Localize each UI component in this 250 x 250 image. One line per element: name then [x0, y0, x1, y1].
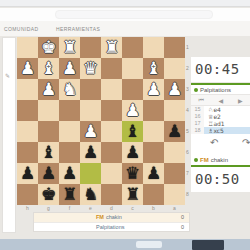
chess-board[interactable]: ♚♜♜♟♝♟♛♝♟♞♟♟♟♟♝♟♝♟♟♟♟♟♛♟♚♜♞♜: [17, 37, 185, 205]
square-a4[interactable]: [164, 100, 185, 121]
browser-tab-strip: [0, 0, 250, 7]
white-piece: ♟: [143, 79, 164, 100]
square-d4[interactable]: [101, 100, 122, 121]
square-e3[interactable]: [80, 79, 101, 100]
move-row: 15♘e4: [191, 106, 250, 113]
square-f6[interactable]: [59, 142, 80, 163]
online-dot-icon: [194, 88, 198, 92]
square-d2[interactable]: [101, 58, 122, 79]
white-piece: ♟: [38, 79, 59, 100]
crosstable-player-name[interactable]: Palpitations: [96, 224, 124, 230]
move-list: 15♘e416♕e217♖ad118♗xc5: [191, 106, 250, 134]
square-h7[interactable]: ♟: [17, 163, 38, 184]
square-h3[interactable]: [17, 79, 38, 100]
move-number: 18: [191, 127, 204, 134]
square-a2[interactable]: [164, 58, 185, 79]
crosstable-row: Palpitations0: [34, 222, 189, 231]
black-piece: ♟: [59, 163, 80, 184]
square-b2[interactable]: ♝: [143, 58, 164, 79]
taskbar: [0, 239, 250, 250]
square-b8[interactable]: [143, 184, 164, 205]
black-piece: ♟: [122, 142, 143, 163]
white-piece: ♝: [143, 58, 164, 79]
square-f8[interactable]: ♜: [59, 184, 80, 205]
square-a1[interactable]: [164, 37, 185, 58]
crosstable: FMchakin0Palpitations0: [33, 212, 190, 232]
black-piece: ♟: [143, 163, 164, 184]
square-e4[interactable]: [80, 100, 101, 121]
square-b4[interactable]: [143, 100, 164, 121]
square-h2[interactable]: ♟: [17, 58, 38, 79]
black-piece: ♟: [38, 163, 59, 184]
player-row-white: Palpitations: [191, 85, 250, 94]
move-number: 15: [191, 106, 204, 113]
file-label: c: [122, 205, 143, 212]
takeback-icon[interactable]: ↶: [210, 137, 218, 148]
square-c6[interactable]: ♟: [122, 142, 143, 163]
white-piece: ♟: [80, 121, 101, 142]
rank-label: 1: [186, 37, 191, 58]
white-piece: ♟: [59, 58, 80, 79]
notes-icon[interactable]: ✎: [5, 72, 10, 79]
taskbar-item-dark[interactable]: [192, 240, 224, 250]
file-label: a: [164, 205, 185, 212]
white-piece: ♛: [80, 58, 101, 79]
browser-toolbar: [0, 8, 250, 21]
black-piece: ♚: [38, 184, 59, 205]
nav-button-0[interactable]: ⏮: [198, 97, 203, 104]
square-g6[interactable]: ♝: [38, 142, 59, 163]
black-piece: ♜: [122, 184, 143, 205]
crosstable-score: 0: [181, 213, 184, 222]
square-c3[interactable]: [122, 79, 143, 100]
square-e2[interactable]: ♛: [80, 58, 101, 79]
player-name-white[interactable]: Palpitations: [200, 87, 231, 93]
white-piece: ♟: [164, 79, 185, 100]
site-menubar: Comunidad Herramientas: [0, 21, 250, 36]
player-title-badge: FM: [96, 214, 104, 220]
file-label: f: [59, 205, 80, 212]
square-h6[interactable]: [17, 142, 38, 163]
file-coordinates: hgfedcba: [17, 205, 185, 212]
move-san[interactable]: ♖ad1: [204, 120, 250, 127]
square-g8[interactable]: ♚: [38, 184, 59, 205]
black-piece: ♞: [80, 184, 101, 205]
square-h4[interactable]: [17, 100, 38, 121]
square-e8[interactable]: ♞: [80, 184, 101, 205]
square-a5[interactable]: ♟: [164, 121, 185, 142]
square-b6[interactable]: [143, 142, 164, 163]
square-d7[interactable]: [101, 163, 122, 184]
square-g7[interactable]: ♟: [38, 163, 59, 184]
move-san[interactable]: ♘e4: [204, 106, 250, 113]
square-c1[interactable]: [122, 37, 143, 58]
black-piece: ♟: [80, 142, 101, 163]
square-h5[interactable]: [17, 121, 38, 142]
file-label: e: [80, 205, 101, 212]
square-a8[interactable]: [164, 184, 185, 205]
square-f4[interactable]: [59, 100, 80, 121]
square-d3[interactable]: [101, 79, 122, 100]
move-row: 17♖ad1: [191, 120, 250, 127]
menu-item-community[interactable]: Comunidad: [4, 26, 38, 32]
nav-button-1[interactable]: ◀: [219, 97, 224, 104]
file-label: b: [143, 205, 164, 212]
white-piece: ♟: [122, 100, 143, 121]
black-piece: ♟: [17, 163, 38, 184]
square-d6[interactable]: [101, 142, 122, 163]
white-piece: ♜: [59, 37, 80, 58]
left-panel-sliver: ✎: [2, 37, 16, 233]
square-d5[interactable]: [101, 121, 122, 142]
white-piece: ♟: [17, 58, 38, 79]
white-piece: ♞: [59, 79, 80, 100]
square-b3[interactable]: ♟: [143, 79, 164, 100]
square-g1[interactable]: ♚: [38, 37, 59, 58]
black-piece: ♟: [164, 121, 185, 142]
clock-black: 00:50: [191, 167, 250, 192]
menu-item-tools[interactable]: Herramientas: [56, 26, 100, 32]
move-san[interactable]: ♗xc5: [204, 127, 250, 134]
move-number: 16: [191, 113, 204, 120]
square-g2[interactable]: ♝: [38, 58, 59, 79]
move-row: 18♗xc5: [191, 127, 250, 134]
black-piece: ♝: [38, 142, 59, 163]
player-name-black[interactable]: chakin: [211, 157, 228, 163]
square-e5[interactable]: ♟: [80, 121, 101, 142]
file-label: g: [38, 205, 59, 212]
moves-panel: Palpitations ⏮◀▶ 15♘e416♕e217♖ad118♗xc5 …: [191, 85, 250, 165]
crosstable-player-name[interactable]: chakin: [106, 214, 122, 220]
move-san[interactable]: ♕e2: [204, 113, 250, 120]
square-c8[interactable]: ♜: [122, 184, 143, 205]
clock-white: 00:45: [191, 57, 250, 82]
online-dot-icon: [194, 158, 198, 162]
taskbar-item-light[interactable]: [136, 241, 162, 248]
white-piece: ♝: [38, 58, 59, 79]
square-g4[interactable]: [38, 100, 59, 121]
black-piece: ♝: [122, 121, 143, 142]
square-f7[interactable]: ♟: [59, 163, 80, 184]
nav-button-2[interactable]: ▶: [238, 97, 243, 104]
square-g5[interactable]: [38, 121, 59, 142]
white-piece: ♚: [38, 37, 59, 58]
white-piece: ♜: [101, 37, 122, 58]
crosstable-score: 0: [181, 223, 184, 232]
square-c4[interactable]: ♟: [122, 100, 143, 121]
square-a6[interactable]: [164, 142, 185, 163]
browser-url-bar[interactable]: [55, 10, 213, 19]
square-g3[interactable]: ♟: [38, 79, 59, 100]
square-f5[interactable]: [59, 121, 80, 142]
crosstable-row: FMchakin0: [34, 213, 189, 222]
square-d1[interactable]: ♜: [101, 37, 122, 58]
square-f1[interactable]: ♜: [59, 37, 80, 58]
square-e1[interactable]: [80, 37, 101, 58]
file-label: h: [17, 205, 38, 212]
player-title-black: FM: [200, 157, 209, 163]
square-c2[interactable]: [122, 58, 143, 79]
square-h1[interactable]: [17, 37, 38, 58]
square-a3[interactable]: ♟: [164, 79, 185, 100]
game-actions: ↶ ↷: [191, 134, 250, 156]
square-e6[interactable]: ♟: [80, 142, 101, 163]
move-number: 17: [191, 120, 204, 127]
square-d8[interactable]: [101, 184, 122, 205]
square-c7[interactable]: ♛: [122, 163, 143, 184]
black-piece: ♜: [59, 184, 80, 205]
move-nav-toolbar: ⏮◀▶: [191, 94, 250, 106]
square-b7[interactable]: ♟: [143, 163, 164, 184]
square-f3[interactable]: ♞: [59, 79, 80, 100]
forward-icon[interactable]: ↷: [242, 137, 250, 148]
move-row: 16♕e2: [191, 113, 250, 120]
square-f2[interactable]: ♟: [59, 58, 80, 79]
black-piece: ♛: [122, 163, 143, 184]
square-c5[interactable]: ♝: [122, 121, 143, 142]
file-label: d: [101, 205, 122, 212]
square-a7[interactable]: [164, 163, 185, 184]
square-b5[interactable]: [143, 121, 164, 142]
square-b1[interactable]: [143, 37, 164, 58]
square-e7[interactable]: [80, 163, 101, 184]
player-row-black: FM chakin: [191, 155, 250, 165]
square-h8[interactable]: [17, 184, 38, 205]
